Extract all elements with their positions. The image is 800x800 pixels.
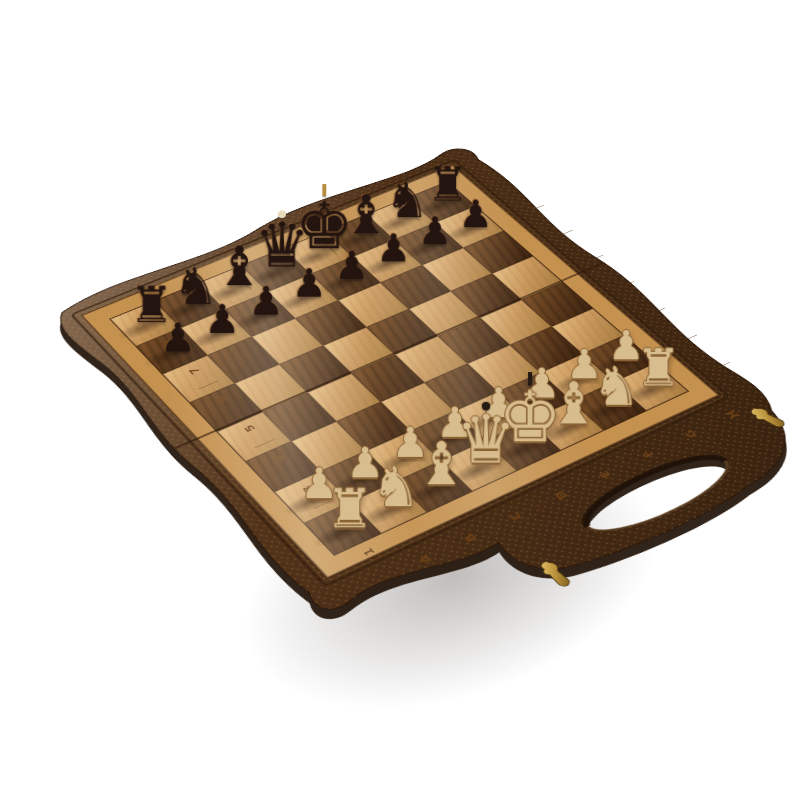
piece-shadow xyxy=(588,347,646,379)
piece-shadow xyxy=(620,375,679,408)
piece-shadow xyxy=(439,216,495,245)
chess-board-tray: oval carry-handle cutout in the lower-ri… xyxy=(27,129,800,688)
piece-shadow xyxy=(412,192,467,220)
product-photo-canvas: oval carry-handle cutout in the lower-ri… xyxy=(0,0,800,800)
board-scene: oval carry-handle cutout in the lower-ri… xyxy=(0,0,800,800)
piece-shadows xyxy=(27,128,800,687)
